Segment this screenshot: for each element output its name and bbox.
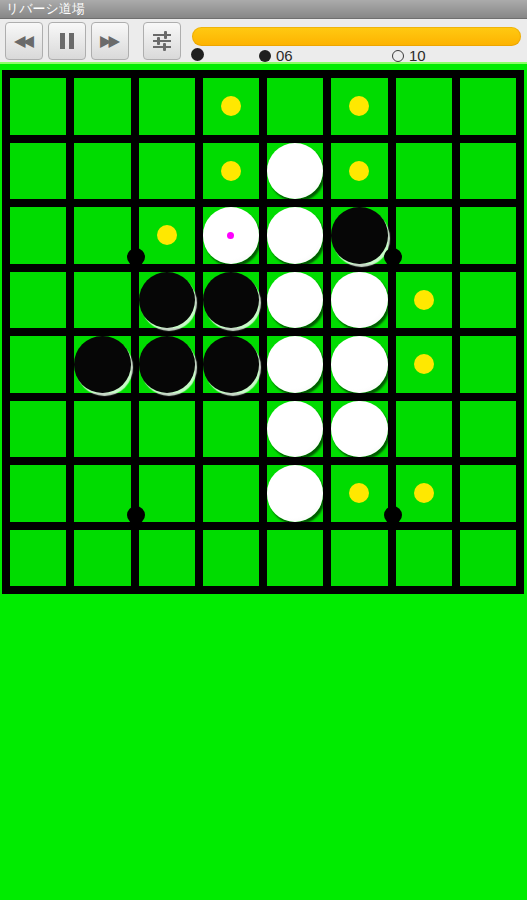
legal-move-hint — [157, 225, 177, 245]
board-cell-f4[interactable] — [331, 272, 387, 329]
toolbar: ◀◀ ▶▶ — [0, 19, 527, 62]
game-seekbar[interactable] — [192, 27, 521, 46]
board-cell-f8[interactable] — [331, 530, 387, 587]
white-disc — [331, 336, 387, 393]
white-disc — [267, 143, 323, 200]
board-cell-c7[interactable] — [139, 465, 195, 522]
white-disc — [267, 465, 323, 522]
board-cell-b1[interactable] — [74, 78, 130, 135]
white-disc — [267, 336, 323, 393]
board-cell-a4[interactable] — [10, 272, 66, 329]
board-cell-e1[interactable] — [267, 78, 323, 135]
legal-move-hint — [414, 290, 434, 310]
board-star-point — [384, 248, 402, 266]
turn-indicator-black — [191, 48, 204, 61]
board-cell-c3[interactable] — [139, 207, 195, 264]
board-cell-a5[interactable] — [10, 336, 66, 393]
board-cell-c5[interactable] — [139, 336, 195, 393]
black-disc-icon — [259, 50, 271, 62]
white-disc — [267, 401, 323, 458]
board-cell-e8[interactable] — [267, 530, 323, 587]
white-disc — [331, 401, 387, 458]
play-field-background — [0, 62, 527, 900]
board-cell-a3[interactable] — [10, 207, 66, 264]
board-cell-f6[interactable] — [331, 401, 387, 458]
board-cell-g5[interactable] — [396, 336, 452, 393]
board-cell-d7[interactable] — [203, 465, 259, 522]
board-cell-a8[interactable] — [10, 530, 66, 587]
board-cell-d2[interactable] — [203, 143, 259, 200]
board-cell-d4[interactable] — [203, 272, 259, 329]
board-cell-f1[interactable] — [331, 78, 387, 135]
board-cell-a1[interactable] — [10, 78, 66, 135]
black-disc — [203, 272, 259, 329]
board-cell-g4[interactable] — [396, 272, 452, 329]
legal-move-hint — [414, 483, 434, 503]
board-cell-h6[interactable] — [460, 401, 516, 458]
status-row: 06 10 — [0, 47, 527, 62]
app-screen: リバーシ道場 ◀◀ ▶▶ — [0, 0, 527, 900]
title-bar: リバーシ道場 — [0, 0, 527, 19]
board-cell-e7[interactable] — [267, 465, 323, 522]
white-disc — [267, 272, 323, 329]
board-cell-f7[interactable] — [331, 465, 387, 522]
board-cell-d5[interactable] — [203, 336, 259, 393]
board-cell-h3[interactable] — [460, 207, 516, 264]
board-cell-g1[interactable] — [396, 78, 452, 135]
white-disc — [203, 207, 259, 264]
white-disc-icon — [392, 50, 404, 62]
board-cell-c8[interactable] — [139, 530, 195, 587]
othello-board — [2, 70, 524, 594]
board-cell-e5[interactable] — [267, 336, 323, 393]
board-cell-b7[interactable] — [74, 465, 130, 522]
white-disc — [331, 272, 387, 329]
board-cell-h1[interactable] — [460, 78, 516, 135]
legal-move-hint — [221, 161, 241, 181]
black-disc — [203, 336, 259, 393]
black-disc — [74, 336, 130, 393]
board-cell-c1[interactable] — [139, 78, 195, 135]
black-disc — [139, 272, 195, 329]
board-cell-f5[interactable] — [331, 336, 387, 393]
board-cell-b3[interactable] — [74, 207, 130, 264]
legal-move-hint — [349, 96, 369, 116]
board-cell-e6[interactable] — [267, 401, 323, 458]
board-cell-b2[interactable] — [74, 143, 130, 200]
board-cell-d3[interactable] — [203, 207, 259, 264]
black-disc — [331, 207, 387, 264]
board-cell-h8[interactable] — [460, 530, 516, 587]
board-cell-e3[interactable] — [267, 207, 323, 264]
board-cell-a6[interactable] — [10, 401, 66, 458]
board-cell-c6[interactable] — [139, 401, 195, 458]
board-cell-g2[interactable] — [396, 143, 452, 200]
legal-move-hint — [349, 161, 369, 181]
legal-move-hint — [414, 354, 434, 374]
black-disc — [139, 336, 195, 393]
board-cell-b5[interactable] — [74, 336, 130, 393]
board-cell-f3[interactable] — [331, 207, 387, 264]
board-cell-d8[interactable] — [203, 530, 259, 587]
board-cell-e2[interactable] — [267, 143, 323, 200]
board-cell-g8[interactable] — [396, 530, 452, 587]
board-star-point — [127, 506, 145, 524]
board-cell-b4[interactable] — [74, 272, 130, 329]
board-cell-h7[interactable] — [460, 465, 516, 522]
last-move-marker — [227, 232, 234, 239]
board-cell-a2[interactable] — [10, 143, 66, 200]
legal-move-hint — [349, 483, 369, 503]
board-cell-f2[interactable] — [331, 143, 387, 200]
board-cell-d1[interactable] — [203, 78, 259, 135]
legal-move-hint — [221, 96, 241, 116]
board-cell-d6[interactable] — [203, 401, 259, 458]
board-star-point — [384, 506, 402, 524]
board-star-point — [127, 248, 145, 266]
board-cell-b6[interactable] — [74, 401, 130, 458]
board-cell-b8[interactable] — [74, 530, 130, 587]
board-cell-g6[interactable] — [396, 401, 452, 458]
board-cell-e4[interactable] — [267, 272, 323, 329]
board-cell-c2[interactable] — [139, 143, 195, 200]
board-cell-h4[interactable] — [460, 272, 516, 329]
board-cell-a7[interactable] — [10, 465, 66, 522]
board-cell-h2[interactable] — [460, 143, 516, 200]
board-cell-h5[interactable] — [460, 336, 516, 393]
white-disc — [267, 207, 323, 264]
board-cell-c4[interactable] — [139, 272, 195, 329]
app-title: リバーシ道場 — [0, 0, 527, 18]
board-cell-g3[interactable] — [396, 207, 452, 264]
board-cell-g7[interactable] — [396, 465, 452, 522]
